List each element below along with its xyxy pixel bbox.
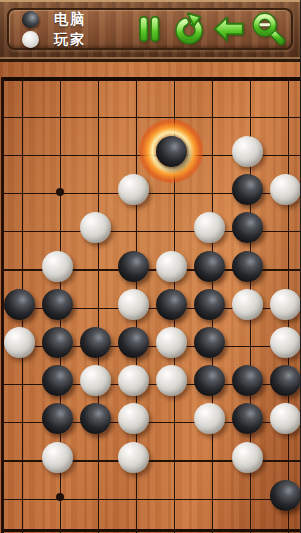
- black-stone: [42, 365, 73, 396]
- black-stone: [80, 403, 111, 434]
- black-stone: [270, 480, 301, 511]
- player-legend: 电脑 玩家: [22, 11, 86, 48]
- white-stone: [42, 442, 73, 473]
- white-stone: [118, 289, 149, 320]
- grid-line-h: [1, 77, 300, 81]
- app-screen: 电脑 玩家: [0, 0, 300, 533]
- star-point: [56, 188, 64, 196]
- circular-arrow-icon: [171, 11, 207, 47]
- undo-button[interactable]: [169, 9, 209, 49]
- black-stone: [232, 212, 263, 243]
- grid-line-h: [1, 117, 300, 118]
- white-stone: [4, 327, 35, 358]
- pause-icon: [131, 11, 167, 47]
- white-stone: [232, 442, 263, 473]
- white-stone: [270, 289, 301, 320]
- header-bar: 电脑 玩家: [0, 0, 300, 62]
- black-stone: [232, 365, 263, 396]
- white-stone: [80, 212, 111, 243]
- white-stone-icon: [22, 31, 39, 48]
- white-stone: [156, 365, 187, 396]
- black-stone: [118, 327, 149, 358]
- white-stone: [270, 174, 301, 205]
- back-button[interactable]: [209, 9, 249, 49]
- black-stone: [194, 251, 225, 282]
- white-stone: [118, 403, 149, 434]
- white-stone: [42, 251, 73, 282]
- white-stone: [194, 212, 225, 243]
- black-stone: [194, 289, 225, 320]
- black-stone: [194, 327, 225, 358]
- player-label: 玩家: [54, 31, 86, 48]
- grid-line-h: [1, 499, 300, 500]
- black-stone-icon: [22, 11, 39, 28]
- white-stone: [270, 403, 301, 434]
- board[interactable]: [0, 62, 300, 533]
- white-stone: [118, 442, 149, 473]
- black-stone: [232, 251, 263, 282]
- computer-label: 电脑: [54, 11, 86, 28]
- black-stone: [42, 403, 73, 434]
- board-bottom-edge-line: [1, 529, 300, 532]
- black-stone: [156, 289, 187, 320]
- star-point: [56, 493, 64, 501]
- back-arrow-icon: [211, 11, 247, 47]
- white-stone: [232, 136, 263, 167]
- black-stone: [194, 365, 225, 396]
- black-stone: [42, 289, 73, 320]
- white-stone: [118, 174, 149, 205]
- black-stone: [42, 327, 73, 358]
- zoom-out-button[interactable]: [249, 9, 289, 49]
- grid-line-v: [98, 77, 99, 533]
- pause-button[interactable]: [129, 9, 169, 49]
- player-computer-row: 电脑: [22, 11, 86, 28]
- black-stone: [232, 403, 263, 434]
- player-human-row: 玩家: [22, 31, 86, 48]
- white-stone: [156, 251, 187, 282]
- control-buttons: [129, 9, 289, 49]
- black-stone: [80, 327, 111, 358]
- white-stone: [232, 289, 263, 320]
- black-stone: [118, 251, 149, 282]
- white-stone: [80, 365, 111, 396]
- black-stone: [232, 174, 263, 205]
- black-stone-last-move: [156, 136, 187, 167]
- magnifier-minus-icon: [251, 11, 287, 47]
- white-stone: [156, 327, 187, 358]
- white-stone: [194, 403, 225, 434]
- black-stone: [270, 365, 301, 396]
- header-panel: 电脑 玩家: [7, 8, 293, 50]
- white-stone: [270, 327, 301, 358]
- black-stone: [4, 289, 35, 320]
- white-stone: [118, 365, 149, 396]
